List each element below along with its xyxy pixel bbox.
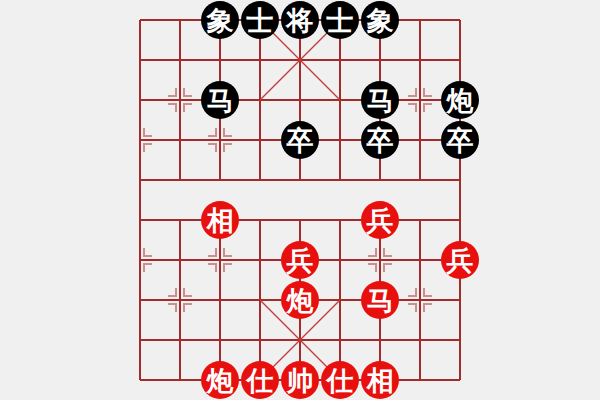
piece-red-elephant[interactable]: 相 [201,201,239,239]
piece-black-general[interactable]: 将 [281,1,319,39]
piece-red-advisor[interactable]: 仕 [321,361,359,399]
grid-lines [140,20,460,380]
piece-black-cannon[interactable]: 炮 [441,81,479,119]
piece-red-advisor[interactable]: 仕 [241,361,279,399]
piece-black-elephant[interactable]: 象 [361,1,399,39]
piece-black-soldier[interactable]: 卒 [441,121,479,159]
piece-red-elephant[interactable]: 相 [361,361,399,399]
piece-black-advisor[interactable]: 士 [321,1,359,39]
piece-red-cannon[interactable]: 炮 [281,281,319,319]
piece-black-soldier[interactable]: 卒 [361,121,399,159]
piece-red-soldier[interactable]: 兵 [281,241,319,279]
piece-red-general[interactable]: 帅 [281,361,319,399]
xiangqi-app-screen: 象士将士象马马炮卒卒卒相兵兵兵炮马炮仕帅仕相 [0,0,600,400]
piece-black-horse[interactable]: 马 [201,81,239,119]
piece-red-cannon[interactable]: 炮 [201,361,239,399]
board-grid [0,0,600,400]
piece-black-advisor[interactable]: 士 [241,1,279,39]
piece-black-elephant[interactable]: 象 [201,1,239,39]
piece-red-soldier[interactable]: 兵 [361,201,399,239]
xiangqi-board[interactable]: 象士将士象马马炮卒卒卒相兵兵兵炮马炮仕帅仕相 [0,0,600,400]
piece-red-soldier[interactable]: 兵 [441,241,479,279]
piece-red-horse[interactable]: 马 [361,281,399,319]
piece-black-horse[interactable]: 马 [361,81,399,119]
piece-black-soldier[interactable]: 卒 [281,121,319,159]
